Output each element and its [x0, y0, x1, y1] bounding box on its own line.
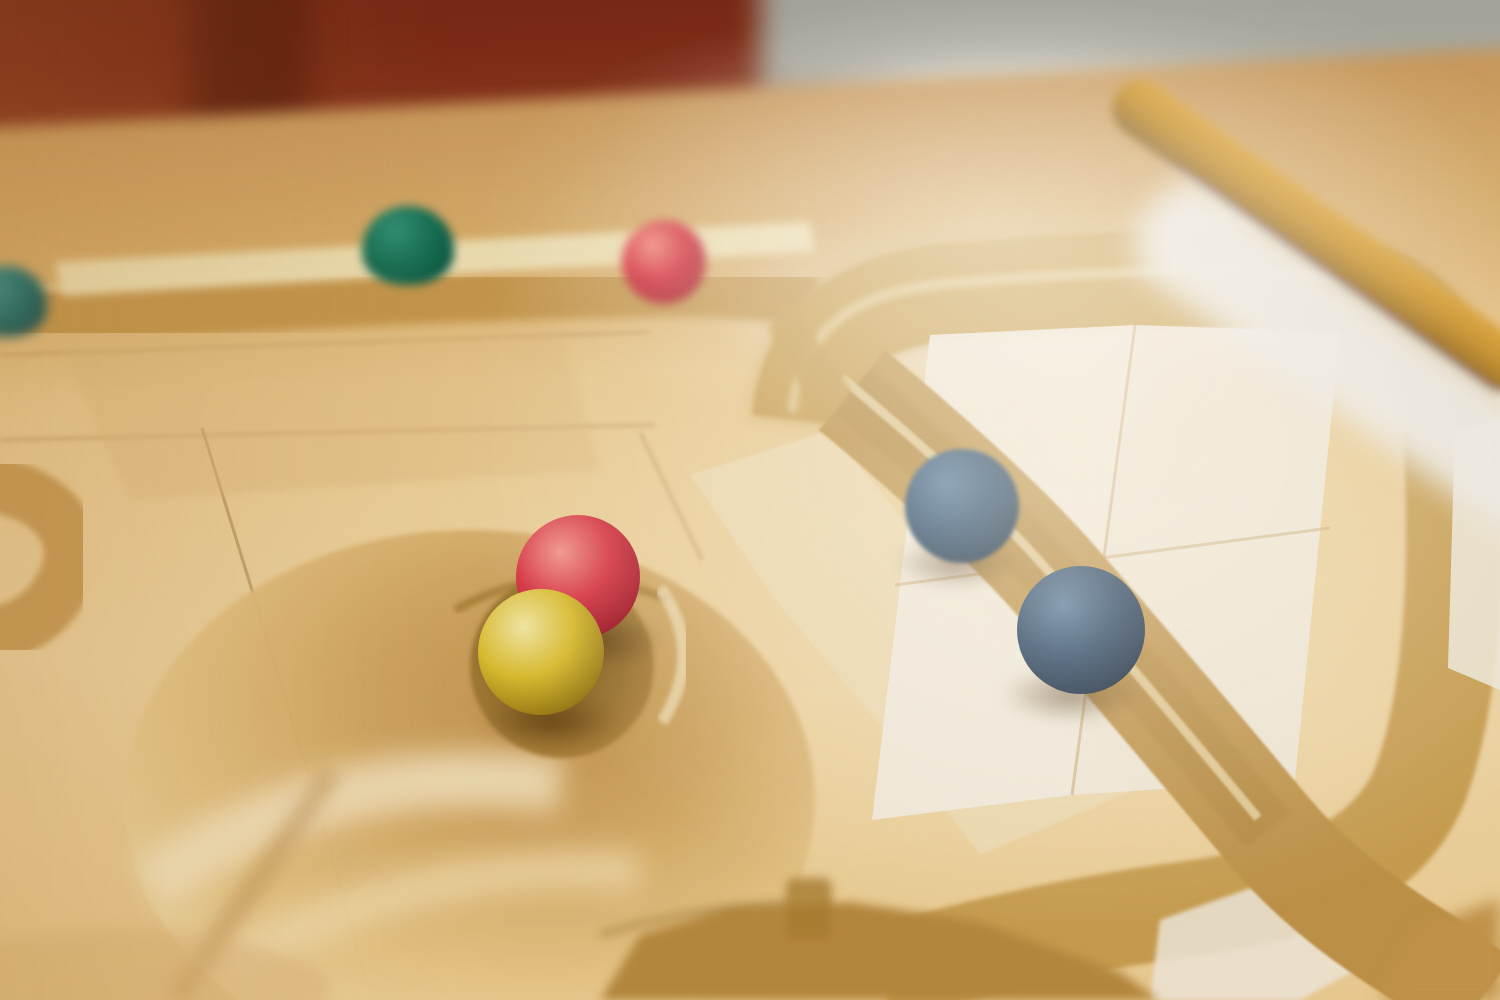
- left-edge-groove: [0, 480, 71, 634]
- back-tile-shade: [60, 330, 600, 500]
- board-scene: [0, 0, 1500, 1000]
- marble-pocket: [470, 574, 654, 758]
- marble-run-photo: [0, 0, 1500, 1000]
